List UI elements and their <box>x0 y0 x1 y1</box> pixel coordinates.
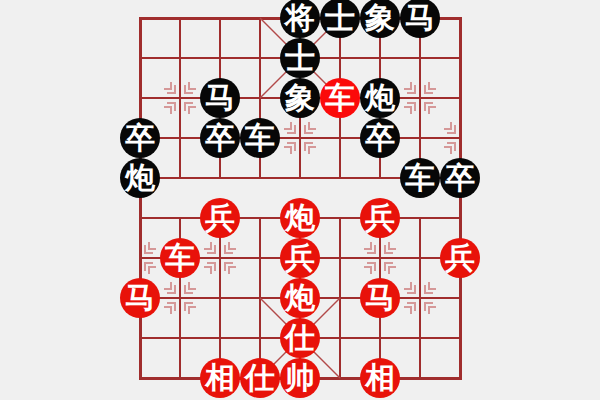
piece-black-soldier[interactable]: 卒 <box>360 118 400 158</box>
point-marker <box>188 306 196 314</box>
piece-black-cannon[interactable]: 炮 <box>120 158 160 198</box>
piece-black-elephant[interactable]: 象 <box>280 78 320 118</box>
point-marker <box>428 82 436 90</box>
point-marker <box>148 266 156 274</box>
point-marker <box>204 266 212 274</box>
piece-red-soldier[interactable]: 兵 <box>360 198 400 238</box>
point-marker <box>164 106 172 114</box>
point-marker <box>428 282 436 290</box>
piece-black-advisor[interactable]: 士 <box>280 38 320 78</box>
piece-black-soldier[interactable]: 卒 <box>120 118 160 158</box>
piece-red-general[interactable]: 帅 <box>280 358 320 398</box>
point-marker <box>188 282 196 290</box>
point-marker <box>284 146 292 154</box>
xiangqi-board[interactable]: 将士象马士马象炮卒卒车卒炮车卒车兵炮兵车兵兵马炮马仕相仕帅相 <box>0 0 600 400</box>
point-marker <box>404 82 412 90</box>
point-marker <box>364 266 372 274</box>
point-marker <box>148 242 156 250</box>
point-marker <box>444 122 452 130</box>
piece-red-advisor[interactable]: 仕 <box>240 358 280 398</box>
point-marker <box>228 266 236 274</box>
point-marker <box>404 106 412 114</box>
piece-black-general[interactable]: 将 <box>280 0 320 38</box>
piece-black-soldier[interactable]: 卒 <box>200 118 240 158</box>
point-marker <box>404 282 412 290</box>
piece-black-horse[interactable]: 马 <box>200 78 240 118</box>
point-marker <box>164 82 172 90</box>
piece-black-advisor[interactable]: 士 <box>320 0 360 38</box>
point-marker <box>284 122 292 130</box>
piece-black-soldier[interactable]: 卒 <box>440 158 480 198</box>
piece-black-horse[interactable]: 马 <box>400 0 440 38</box>
app-background: 将士象马士马象炮卒卒车卒炮车卒车兵炮兵车兵兵马炮马仕相仕帅相 <box>0 0 600 400</box>
point-marker <box>428 306 436 314</box>
point-marker <box>404 306 412 314</box>
point-marker <box>188 82 196 90</box>
point-marker <box>388 242 396 250</box>
point-marker <box>428 106 436 114</box>
piece-red-cannon[interactable]: 炮 <box>280 198 320 238</box>
point-marker <box>444 146 452 154</box>
point-marker <box>308 146 316 154</box>
piece-red-soldier[interactable]: 兵 <box>200 198 240 238</box>
piece-red-chariot[interactable]: 车 <box>320 78 360 118</box>
piece-red-chariot[interactable]: 车 <box>160 238 200 278</box>
point-marker <box>308 122 316 130</box>
piece-red-horse[interactable]: 马 <box>120 278 160 318</box>
piece-red-soldier[interactable]: 兵 <box>280 238 320 278</box>
piece-red-elephant[interactable]: 相 <box>360 358 400 398</box>
piece-black-cannon[interactable]: 炮 <box>360 78 400 118</box>
piece-red-advisor[interactable]: 仕 <box>280 318 320 358</box>
point-marker <box>364 242 372 250</box>
point-marker <box>164 306 172 314</box>
piece-black-chariot[interactable]: 车 <box>400 158 440 198</box>
point-marker <box>188 106 196 114</box>
point-marker <box>388 266 396 274</box>
piece-red-cannon[interactable]: 炮 <box>280 278 320 318</box>
piece-red-soldier[interactable]: 兵 <box>440 238 480 278</box>
point-marker <box>228 242 236 250</box>
point-marker <box>164 282 172 290</box>
piece-black-chariot[interactable]: 车 <box>240 118 280 158</box>
piece-red-elephant[interactable]: 相 <box>200 358 240 398</box>
piece-black-elephant[interactable]: 象 <box>360 0 400 38</box>
point-marker <box>204 242 212 250</box>
piece-red-horse[interactable]: 马 <box>360 278 400 318</box>
